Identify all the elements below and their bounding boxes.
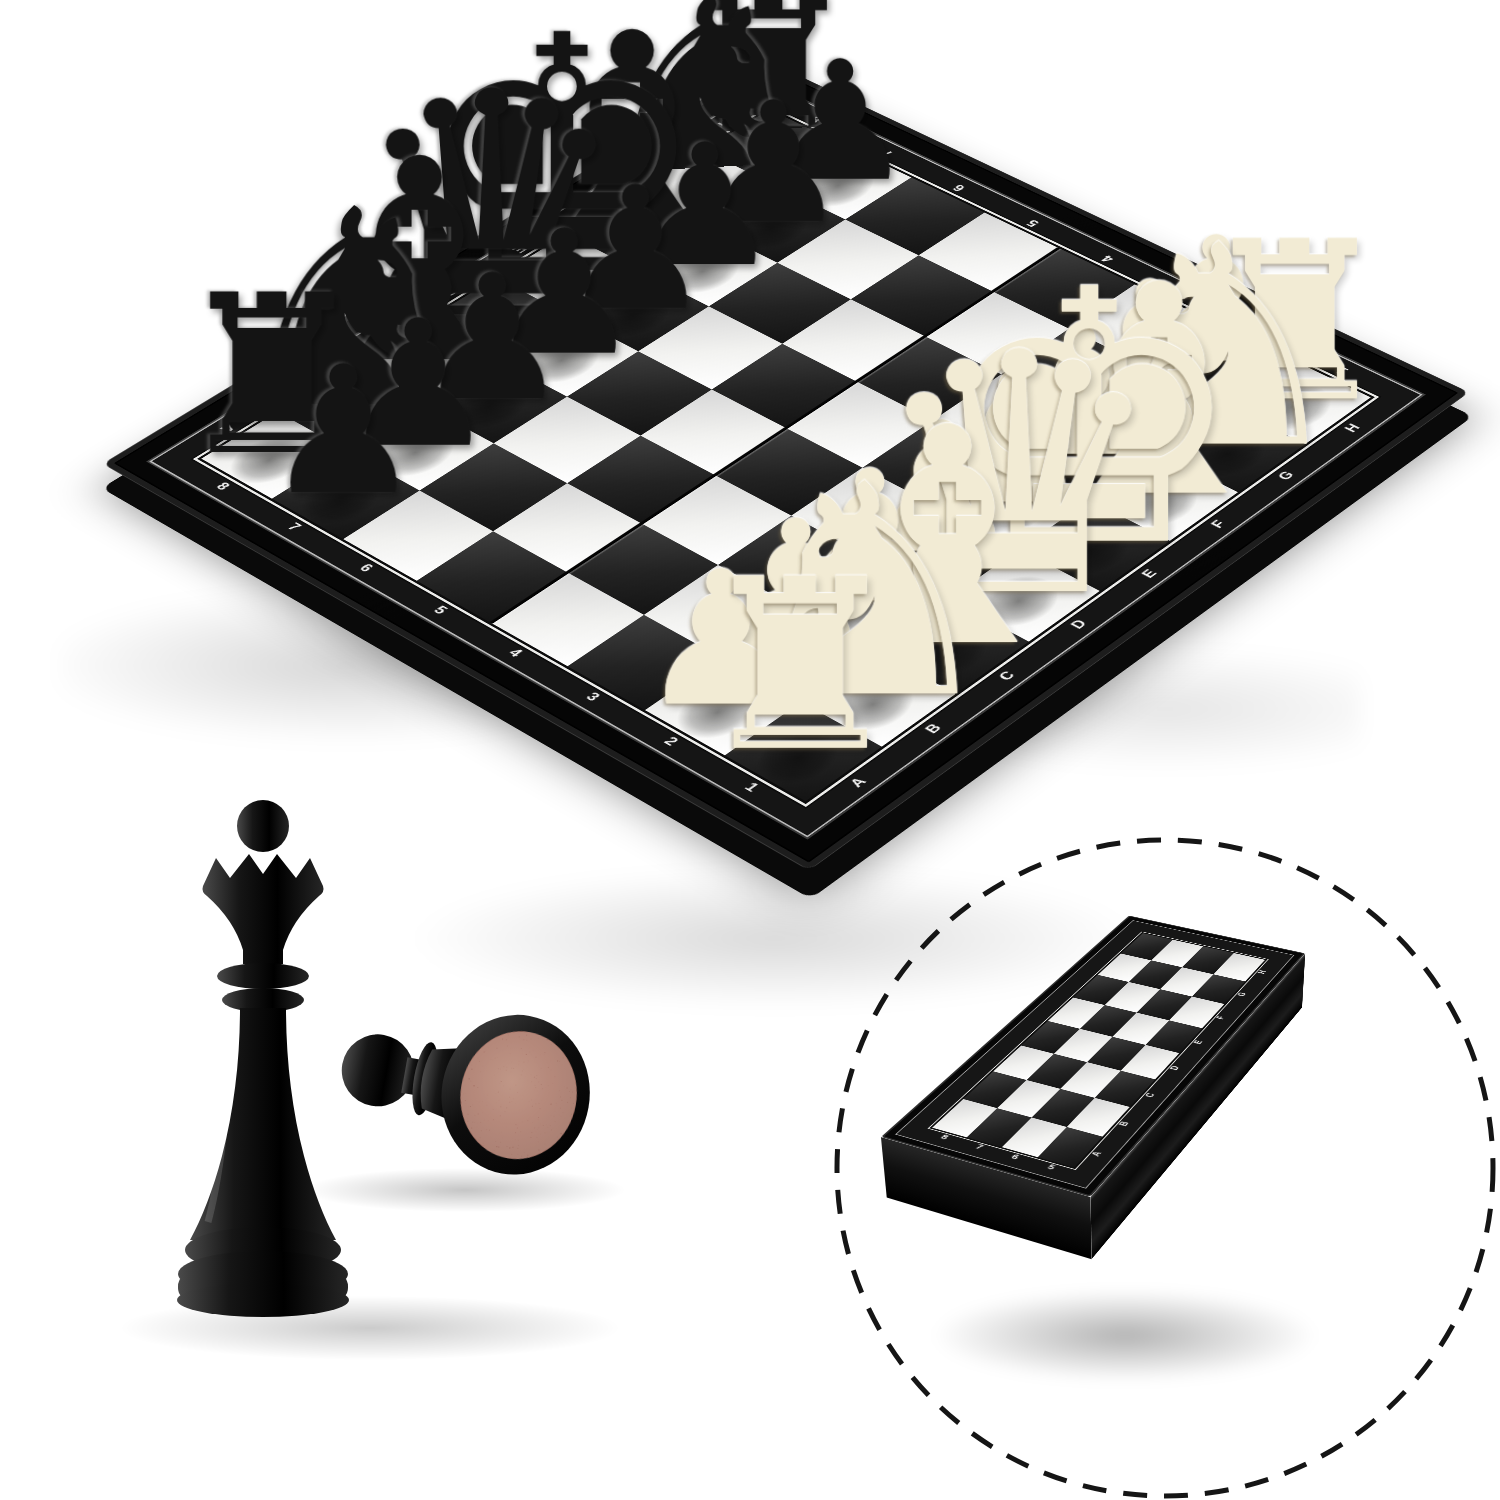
closeup-black-queen (177, 800, 349, 1317)
white-rook: ♜ (694, 560, 906, 773)
pieces-layer: ♜♞♝♛♚♝♞♜♟♟♟♟♟♟♟♟♟♟♟♟♟♟♟♟♜♞♝♛♚♝♞♜ (201, 109, 1370, 801)
chess-board: ABCDEFGH ABCDEFGH 87654321 87654321 ♜♞♝♛… (102, 60, 1469, 870)
pieces-closeup (120, 760, 680, 1400)
closeup-black-pawn-felt-base (328, 985, 602, 1186)
black-pawn: ♟ (264, 352, 422, 511)
product-photo-canvas: ABCDEFGH 8765 ABCDEFGH ABCDEFGH 87654321… (0, 0, 1500, 1500)
